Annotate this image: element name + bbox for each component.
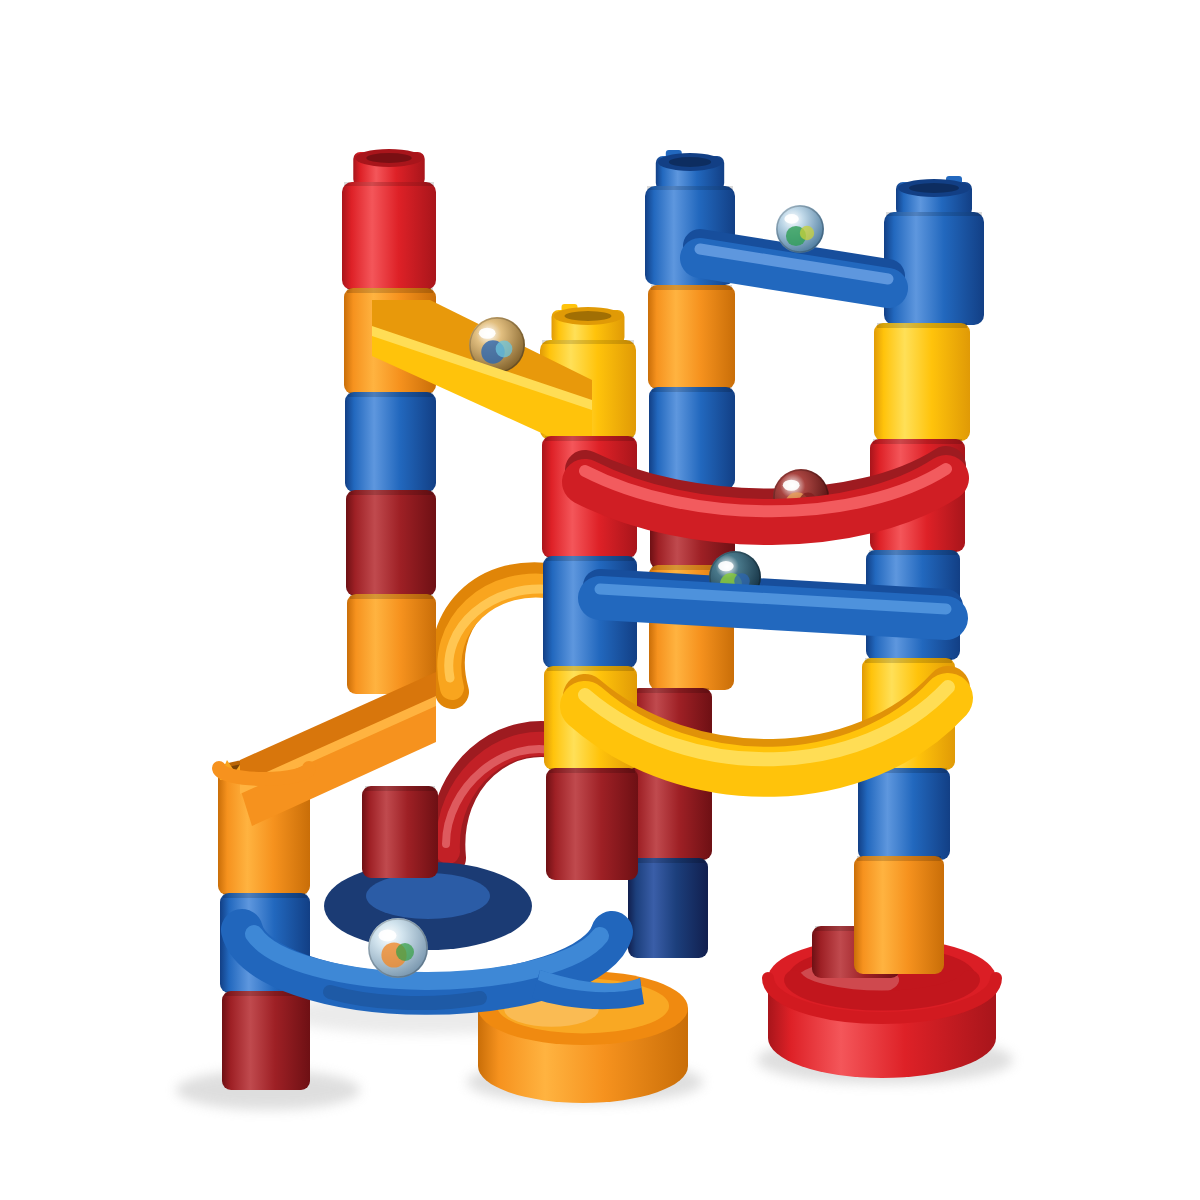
- tower-d-yellow: [874, 323, 970, 441]
- pillar-c-seg-blue: [649, 387, 735, 489]
- arc-orange: [449, 586, 558, 688]
- tower-a-maroon: [346, 490, 436, 596]
- marble-run-scene: [0, 0, 1200, 1200]
- spiral-platform: [366, 873, 490, 919]
- tower-a-cap-red: [342, 149, 436, 290]
- cup-tower-maroon: [222, 991, 310, 1090]
- tower-d-orange-foot: [854, 856, 944, 974]
- tower-b-maroon: [546, 768, 638, 880]
- marble-bridge: [776, 205, 824, 253]
- marble-run-product-photo: [0, 0, 1200, 1200]
- tower-a-blue: [345, 392, 436, 492]
- pillar-c-seg-navy: [628, 858, 708, 958]
- tower-d-blue-lower: [858, 768, 950, 860]
- marble-spiral: [368, 918, 428, 978]
- pillar-c-seg-orange: [648, 285, 735, 389]
- tower-a-maroon-lower: [362, 786, 438, 878]
